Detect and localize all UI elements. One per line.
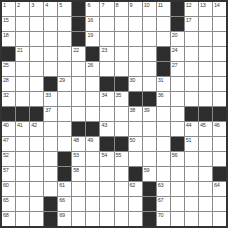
cell-r5-c1[interactable]: 25 (2, 62, 15, 76)
cell-r4-c2[interactable]: 21 (16, 47, 29, 61)
cell-r15-c13[interactable] (171, 212, 184, 226)
cell-r4-c9[interactable] (115, 47, 128, 61)
cell-r13-c2[interactable] (16, 182, 29, 196)
cell-r6-c14[interactable] (185, 77, 198, 91)
cell-r7-c3[interactable] (30, 92, 43, 106)
cell-r13-c4[interactable] (44, 182, 57, 196)
clue-number-56: 56 (172, 152, 178, 158)
cell-r6-c6[interactable] (72, 77, 85, 91)
cell-r3-c5[interactable] (58, 32, 71, 46)
cell-r2-c15[interactable] (199, 17, 212, 31)
clue-number-52: 52 (3, 152, 9, 158)
cell-r14-c5[interactable]: 66 (58, 197, 71, 211)
clue-number-6: 6 (87, 2, 90, 8)
cell-r14-c7[interactable] (86, 197, 99, 211)
cell-r1-c2[interactable]: 2 (16, 2, 29, 16)
clue-number-60: 60 (3, 182, 9, 188)
cell-r14-c16[interactable] (213, 197, 226, 211)
cell-r5-c13[interactable]: 27 (171, 62, 184, 76)
black-cell-r13-c11 (143, 182, 156, 196)
cell-r1-c9[interactable]: 8 (115, 2, 128, 16)
cell-r13-c16[interactable]: 64 (213, 182, 226, 196)
clue-number-17: 17 (186, 17, 192, 23)
black-cell-r10-c9 (115, 137, 128, 151)
cell-r9-c8[interactable]: 43 (100, 122, 113, 136)
cell-r7-c2[interactable] (16, 92, 29, 106)
cell-r3-c12[interactable] (157, 32, 170, 46)
cell-r4-c8[interactable]: 23 (100, 47, 113, 61)
cell-r15-c3[interactable] (30, 212, 43, 226)
cell-r4-c14[interactable] (185, 47, 198, 61)
cell-r11-c7[interactable] (86, 152, 99, 166)
cell-r4-c15[interactable] (199, 47, 212, 61)
black-cell-r15-c4 (44, 212, 57, 226)
cell-r3-c16[interactable] (213, 32, 226, 46)
cell-r11-c3[interactable] (30, 152, 43, 166)
cell-r8-c7[interactable] (86, 107, 99, 121)
cell-r12-c7[interactable] (86, 167, 99, 181)
cell-r7-c9[interactable]: 35 (115, 92, 128, 106)
cell-r6-c16[interactable] (213, 77, 226, 91)
cell-r2-c4[interactable] (44, 17, 57, 31)
cell-r10-c12[interactable] (157, 137, 170, 151)
clue-number-54: 54 (101, 152, 107, 158)
cell-r1-c15[interactable]: 13 (199, 2, 212, 16)
cell-r11-c8[interactable]: 54 (100, 152, 113, 166)
cell-r1-c5[interactable]: 5 (58, 2, 71, 16)
cell-r15-c2[interactable] (16, 212, 29, 226)
clue-number-47: 47 (3, 137, 9, 143)
cell-r13-c5[interactable]: 61 (58, 182, 71, 196)
cell-r13-c7[interactable] (86, 182, 99, 196)
cell-r8-c11[interactable]: 39 (143, 107, 156, 121)
cell-r8-c10[interactable]: 38 (129, 107, 142, 121)
clue-number-67: 67 (158, 197, 164, 203)
clue-number-25: 25 (3, 62, 9, 68)
cell-r1-c10[interactable]: 9 (129, 2, 142, 16)
cell-r8-c12[interactable] (157, 107, 170, 121)
clue-number-40: 40 (3, 122, 9, 128)
cell-r12-c14[interactable] (185, 167, 198, 181)
clue-number-31: 31 (158, 77, 164, 83)
cell-r8-c13[interactable] (171, 107, 184, 121)
cell-r11-c1[interactable]: 52 (2, 152, 15, 166)
cell-r13-c3[interactable] (30, 182, 43, 196)
cell-r11-c14[interactable] (185, 152, 198, 166)
cell-r4-c13[interactable]: 24 (171, 47, 184, 61)
crossword-board: 1234567891011121314151617181920212223242… (0, 0, 228, 228)
clue-number-1: 1 (3, 2, 6, 8)
cell-r9-c3[interactable]: 42 (30, 122, 43, 136)
clue-number-35: 35 (116, 92, 122, 98)
clue-number-45: 45 (200, 122, 206, 128)
cell-r15-c6[interactable] (72, 212, 85, 226)
cell-r14-c15[interactable] (199, 197, 212, 211)
cell-r11-c10[interactable] (129, 152, 142, 166)
cell-r1-c7[interactable]: 6 (86, 2, 99, 16)
clue-number-36: 36 (158, 92, 164, 98)
clue-number-37: 37 (45, 107, 51, 113)
cell-r6-c1[interactable]: 28 (2, 77, 15, 91)
black-cell-r10-c13 (171, 137, 184, 151)
cell-r12-c13[interactable] (171, 167, 184, 181)
cell-r4-c6[interactable]: 22 (72, 47, 85, 61)
cell-r9-c14[interactable]: 44 (185, 122, 198, 136)
clue-number-11: 11 (158, 2, 163, 8)
black-cell-r8-c3 (30, 107, 43, 121)
clue-number-38: 38 (130, 107, 136, 113)
cell-r12-c11[interactable]: 59 (143, 167, 156, 181)
cell-r14-c9[interactable] (115, 197, 128, 211)
clue-number-19: 19 (87, 32, 93, 38)
cell-r5-c4[interactable] (44, 62, 57, 76)
cell-r1-c12[interactable]: 11 (157, 2, 170, 16)
cell-r6-c7[interactable] (86, 77, 99, 91)
clue-number-12: 12 (186, 2, 192, 8)
cell-r9-c10[interactable] (129, 122, 142, 136)
cell-r14-c10[interactable] (129, 197, 142, 211)
cell-r2-c1[interactable]: 15 (2, 17, 15, 31)
cell-r9-c16[interactable]: 46 (213, 122, 226, 136)
cell-r5-c8[interactable] (100, 62, 113, 76)
cell-r7-c13[interactable] (171, 92, 184, 106)
clue-number-61: 61 (59, 182, 65, 188)
clue-number-34: 34 (101, 92, 107, 98)
cell-r6-c3[interactable] (30, 77, 43, 91)
clue-number-30: 30 (130, 77, 136, 83)
cell-r2-c2[interactable] (16, 17, 29, 31)
cell-r7-c8[interactable]: 34 (100, 92, 113, 106)
cell-r10-c3[interactable] (30, 137, 43, 151)
cell-r12-c9[interactable] (115, 167, 128, 181)
cell-r12-c8[interactable] (100, 167, 113, 181)
cell-r5-c14[interactable] (185, 62, 198, 76)
cell-r5-c7[interactable]: 26 (86, 62, 99, 76)
cell-r9-c2[interactable]: 41 (16, 122, 29, 136)
cell-r9-c4[interactable] (44, 122, 57, 136)
cell-r9-c11[interactable] (143, 122, 156, 136)
black-cell-r8-c1 (2, 107, 15, 121)
black-cell-r9-c7 (86, 122, 99, 136)
cell-r12-c4[interactable] (44, 167, 57, 181)
clue-number-13: 13 (200, 2, 206, 8)
cell-r1-c4[interactable]: 4 (44, 2, 57, 16)
black-cell-r12-c16 (213, 167, 226, 181)
black-cell-r2-c13 (171, 17, 184, 31)
cell-r12-c1[interactable]: 57 (2, 167, 15, 181)
black-cell-r4-c12 (157, 47, 170, 61)
cell-r1-c14[interactable]: 12 (185, 2, 198, 16)
black-cell-r7-c10 (129, 92, 142, 106)
cell-r7-c1[interactable]: 32 (2, 92, 15, 106)
cell-r8-c9[interactable] (115, 107, 128, 121)
black-cell-r8-c14 (185, 107, 198, 121)
cell-r9-c5[interactable] (58, 122, 71, 136)
cell-r10-c5[interactable] (58, 137, 71, 151)
clue-number-46: 46 (214, 122, 220, 128)
cell-r11-c2[interactable] (16, 152, 29, 166)
cell-r14-c2[interactable] (16, 197, 29, 211)
cell-r4-c3[interactable] (30, 47, 43, 61)
cell-r13-c9[interactable] (115, 182, 128, 196)
cell-r8-c6[interactable] (72, 107, 85, 121)
black-cell-r6-c8 (100, 77, 113, 91)
cell-r3-c1[interactable]: 18 (2, 32, 15, 46)
cell-r5-c6[interactable] (72, 62, 85, 76)
black-cell-r1-c6 (72, 2, 85, 16)
clue-number-55: 55 (116, 152, 122, 158)
cell-r5-c15[interactable] (199, 62, 212, 76)
cell-r7-c5[interactable] (58, 92, 71, 106)
cell-r12-c12[interactable] (157, 167, 170, 181)
clue-number-15: 15 (3, 17, 9, 23)
cell-r7-c14[interactable] (185, 92, 198, 106)
cell-r7-c7[interactable] (86, 92, 99, 106)
cell-r13-c6[interactable] (72, 182, 85, 196)
cell-r4-c5[interactable] (58, 47, 71, 61)
clue-number-51: 51 (186, 137, 192, 143)
cell-r15-c12[interactable]: 70 (157, 212, 170, 226)
cell-r13-c10[interactable]: 62 (129, 182, 142, 196)
clue-number-41: 41 (17, 122, 23, 128)
black-cell-r10-c8 (100, 137, 113, 151)
cell-r4-c16[interactable] (213, 47, 226, 61)
clue-number-8: 8 (116, 2, 119, 8)
cell-r3-c8[interactable] (100, 32, 113, 46)
cell-r9-c12[interactable] (157, 122, 170, 136)
black-cell-r9-c6 (72, 122, 85, 136)
cell-r3-c13[interactable]: 20 (171, 32, 184, 46)
cell-r10-c7[interactable]: 49 (86, 137, 99, 151)
clue-number-9: 9 (130, 2, 133, 8)
cell-r10-c1[interactable]: 47 (2, 137, 15, 151)
cell-r4-c4[interactable] (44, 47, 57, 61)
cell-r5-c9[interactable] (115, 62, 128, 76)
cell-r13-c12[interactable]: 63 (157, 182, 170, 196)
clue-number-70: 70 (158, 212, 164, 218)
cell-r5-c5[interactable] (58, 62, 71, 76)
cell-r14-c13[interactable] (171, 197, 184, 211)
cell-r14-c8[interactable] (100, 197, 113, 211)
cell-r3-c10[interactable] (129, 32, 142, 46)
cell-r11-c15[interactable] (199, 152, 212, 166)
cell-r11-c13[interactable]: 56 (171, 152, 184, 166)
cell-r7-c4[interactable]: 33 (44, 92, 57, 106)
clue-number-21: 21 (17, 47, 23, 53)
cell-r10-c16[interactable] (213, 137, 226, 151)
black-cell-r8-c2 (16, 107, 29, 121)
cell-r10-c10[interactable]: 50 (129, 137, 142, 151)
cell-r3-c9[interactable] (115, 32, 128, 46)
clue-number-3: 3 (31, 2, 34, 8)
cell-r4-c10[interactable] (129, 47, 142, 61)
cell-r10-c6[interactable]: 48 (72, 137, 85, 151)
clue-number-32: 32 (3, 92, 9, 98)
clue-number-18: 18 (3, 32, 9, 38)
cell-r6-c13[interactable] (171, 77, 184, 91)
black-cell-r12-c10 (129, 167, 142, 181)
cell-r2-c9[interactable] (115, 17, 128, 31)
clue-number-68: 68 (3, 212, 9, 218)
cell-r13-c8[interactable] (100, 182, 113, 196)
cell-r15-c14[interactable] (185, 212, 198, 226)
black-cell-r14-c4 (44, 197, 57, 211)
cell-r15-c15[interactable] (199, 212, 212, 226)
cell-r1-c3[interactable]: 3 (30, 2, 43, 16)
clue-number-24: 24 (172, 47, 178, 53)
cell-r3-c15[interactable] (199, 32, 212, 46)
cell-r9-c9[interactable] (115, 122, 128, 136)
cell-r10-c15[interactable] (199, 137, 212, 151)
cell-r2-c5[interactable] (58, 17, 71, 31)
cell-r3-c3[interactable] (30, 32, 43, 46)
black-cell-r8-c15 (199, 107, 212, 121)
cell-r15-c5[interactable]: 69 (58, 212, 71, 226)
clue-number-22: 22 (73, 47, 79, 53)
clue-number-33: 33 (45, 92, 51, 98)
clue-number-69: 69 (59, 212, 65, 218)
cell-r2-c8[interactable] (100, 17, 113, 31)
cell-r15-c16[interactable] (213, 212, 226, 226)
cell-r6-c2[interactable] (16, 77, 29, 91)
cell-r2-c7[interactable]: 16 (86, 17, 99, 31)
cell-r11-c4[interactable] (44, 152, 57, 166)
cell-r6-c15[interactable] (199, 77, 212, 91)
cell-r14-c3[interactable] (30, 197, 43, 211)
cell-r5-c10[interactable] (129, 62, 142, 76)
clue-number-20: 20 (172, 32, 178, 38)
cell-r15-c7[interactable] (86, 212, 99, 226)
cell-r13-c1[interactable]: 60 (2, 182, 15, 196)
clue-number-26: 26 (87, 62, 93, 68)
black-cell-r4-c1 (2, 47, 15, 61)
cell-r14-c14[interactable] (185, 197, 198, 211)
clue-number-7: 7 (101, 2, 104, 8)
cell-r2-c12[interactable] (157, 17, 170, 31)
cell-r6-c11[interactable] (143, 77, 156, 91)
clue-number-59: 59 (144, 167, 150, 173)
black-cell-r2-c6 (72, 17, 85, 31)
clue-number-44: 44 (186, 122, 192, 128)
black-cell-r11-c5 (58, 152, 71, 166)
clue-number-10: 10 (144, 2, 150, 8)
cell-r5-c16[interactable] (213, 62, 226, 76)
clue-number-16: 16 (87, 17, 93, 23)
cell-r13-c15[interactable] (199, 182, 212, 196)
cell-r2-c10[interactable] (129, 17, 142, 31)
black-cell-r6-c9 (115, 77, 128, 91)
cell-r11-c12[interactable] (157, 152, 170, 166)
cell-r14-c6[interactable] (72, 197, 85, 211)
cell-r11-c16[interactable] (213, 152, 226, 166)
cell-r7-c16[interactable] (213, 92, 226, 106)
clue-number-2: 2 (17, 2, 20, 8)
cell-r6-c5[interactable]: 29 (58, 77, 71, 91)
cell-r1-c16[interactable]: 14 (213, 2, 226, 16)
black-cell-r5-c12 (157, 62, 170, 76)
clue-number-63: 63 (158, 182, 164, 188)
black-cell-r3-c6 (72, 32, 85, 46)
cell-r6-c10[interactable]: 30 (129, 77, 142, 91)
cell-r10-c2[interactable] (16, 137, 29, 151)
cell-r13-c13[interactable] (171, 182, 184, 196)
cell-r3-c2[interactable] (16, 32, 29, 46)
clue-number-28: 28 (3, 77, 9, 83)
cell-r11-c11[interactable] (143, 152, 156, 166)
cell-r8-c5[interactable] (58, 107, 71, 121)
cell-r3-c11[interactable] (143, 32, 156, 46)
cell-r14-c12[interactable]: 67 (157, 197, 170, 211)
cell-r3-c4[interactable] (44, 32, 57, 46)
cell-r8-c8[interactable] (100, 107, 113, 121)
cell-r2-c3[interactable] (30, 17, 43, 31)
cell-r11-c6[interactable]: 53 (72, 152, 85, 166)
cell-r8-c4[interactable]: 37 (44, 107, 57, 121)
cell-r12-c15[interactable] (199, 167, 212, 181)
cell-r5-c11[interactable] (143, 62, 156, 76)
cell-r7-c15[interactable] (199, 92, 212, 106)
cell-r2-c14[interactable]: 17 (185, 17, 198, 31)
cell-r15-c10[interactable] (129, 212, 142, 226)
black-cell-r8-c16 (213, 107, 226, 121)
cell-r10-c4[interactable] (44, 137, 57, 151)
clue-number-50: 50 (130, 137, 136, 143)
cell-r1-c1[interactable]: 1 (2, 2, 15, 16)
cell-r15-c8[interactable] (100, 212, 113, 226)
black-cell-r1-c13 (171, 2, 184, 16)
clue-number-14: 14 (214, 2, 220, 8)
black-cell-r14-c11 (143, 197, 156, 211)
clue-number-65: 65 (3, 197, 9, 203)
black-cell-r12-c5 (58, 167, 71, 181)
clue-number-42: 42 (31, 122, 37, 128)
cell-r6-c12[interactable]: 31 (157, 77, 170, 91)
clue-number-53: 53 (73, 152, 79, 158)
clue-number-29: 29 (59, 77, 65, 83)
cell-r11-c9[interactable]: 55 (115, 152, 128, 166)
cell-r12-c2[interactable] (16, 167, 29, 181)
cell-r10-c11[interactable] (143, 137, 156, 151)
cell-r7-c12[interactable]: 36 (157, 92, 170, 106)
clue-number-39: 39 (144, 107, 150, 113)
cell-r2-c16[interactable] (213, 17, 226, 31)
cell-r12-c3[interactable] (30, 167, 43, 181)
clue-number-49: 49 (87, 137, 93, 143)
clue-number-5: 5 (59, 2, 62, 8)
cell-r1-c11[interactable]: 10 (143, 2, 156, 16)
cell-r3-c14[interactable] (185, 32, 198, 46)
cell-r15-c1[interactable]: 68 (2, 212, 15, 226)
cell-r12-c6[interactable]: 58 (72, 167, 85, 181)
cell-r4-c11[interactable] (143, 47, 156, 61)
cell-r14-c1[interactable]: 65 (2, 197, 15, 211)
cell-r9-c15[interactable]: 45 (199, 122, 212, 136)
clue-number-58: 58 (73, 167, 79, 173)
clue-number-4: 4 (45, 2, 48, 8)
cell-r13-c14[interactable] (185, 182, 198, 196)
cell-r5-c3[interactable] (30, 62, 43, 76)
cell-r2-c11[interactable] (143, 17, 156, 31)
cell-r9-c1[interactable]: 40 (2, 122, 15, 136)
cell-r10-c14[interactable]: 51 (185, 137, 198, 151)
black-cell-r15-c11 (143, 212, 156, 226)
cell-r9-c13[interactable] (171, 122, 184, 136)
cell-r15-c9[interactable] (115, 212, 128, 226)
cell-r3-c7[interactable]: 19 (86, 32, 99, 46)
cell-r5-c2[interactable] (16, 62, 29, 76)
cell-r1-c8[interactable]: 7 (100, 2, 113, 16)
cell-r7-c6[interactable] (72, 92, 85, 106)
